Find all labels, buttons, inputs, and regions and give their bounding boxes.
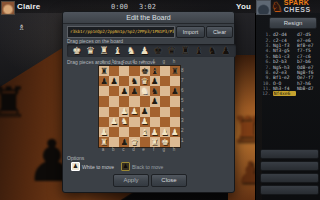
rank-label-4: 4	[181, 106, 186, 116]
square-d2[interactable]	[129, 127, 139, 137]
square-d3[interactable]	[129, 117, 139, 127]
square-g7[interactable]	[160, 76, 170, 86]
square-g6[interactable]	[160, 86, 170, 96]
square-e5[interactable]	[140, 96, 150, 106]
square-d1[interactable]: ♛	[129, 137, 139, 147]
white-move[interactable]: Bf1-e2	[273, 75, 295, 80]
file-label-b: b	[108, 148, 118, 153]
background-rook-left-icon: ♜	[0, 82, 28, 124]
move-number: 3.	[261, 43, 271, 48]
palette-white-k[interactable]: ♚	[72, 44, 81, 57]
move-number: 2.	[261, 38, 271, 43]
right-player-name: You	[236, 2, 251, 11]
palette-black-q[interactable]: ♛	[167, 44, 176, 57]
square-a4[interactable]	[99, 107, 109, 117]
square-a1[interactable]: ♜	[99, 137, 109, 147]
palette-white-n[interactable]: ♞	[127, 44, 136, 57]
piece-white-f1[interactable]: ♜	[151, 138, 159, 147]
square-f5[interactable]: ♟	[150, 96, 160, 106]
piece-black-f5[interactable]: ♟	[151, 97, 159, 106]
square-d8[interactable]	[129, 66, 139, 76]
rank-label-8: 8	[181, 65, 186, 75]
panel-button-2[interactable]	[260, 161, 319, 171]
white-move[interactable]: c2-c4	[273, 38, 295, 43]
move-row-4: 4.Nf3-g5f7-f5	[261, 48, 319, 53]
white-move[interactable]: Nf3-g5	[273, 48, 295, 53]
piece-black-d7[interactable]: ♞	[131, 77, 139, 86]
sparkchess-app: ♜ ♟ ♜ ♟ Claire ♗ 0:00 3:02 You ♞ SPARK C…	[0, 0, 320, 200]
piece-black-a8[interactable]: ♜	[100, 67, 108, 76]
black-to-move-radio[interactable]: ♟ Black to move	[121, 162, 163, 171]
piece-black-c1[interactable]: ♟	[120, 138, 128, 147]
square-h5[interactable]	[170, 96, 180, 106]
file-label-a: a	[98, 148, 108, 153]
piece-black-e4[interactable]: ♟	[141, 107, 149, 116]
black-move[interactable]: b7-b6	[297, 59, 319, 64]
piece-black-f8[interactable]: ♝	[151, 67, 159, 76]
black-move[interactable]: Qd8-e7	[297, 65, 319, 70]
move-number: 1.	[261, 32, 271, 37]
rank-label-3: 3	[181, 116, 186, 126]
move-row-8: 8.e2-e3Ng8-f6	[261, 70, 319, 75]
square-e1[interactable]	[140, 137, 150, 147]
palette-black-n[interactable]: ♞	[208, 44, 217, 57]
square-c8[interactable]	[119, 66, 129, 76]
sparkchess-logo: ♞ SPARK CHESS	[271, 0, 311, 13]
move-row-2: 2.c2-c4e7-e6	[261, 37, 319, 42]
apply-button[interactable]: Apply	[113, 174, 149, 187]
square-g4[interactable]	[160, 107, 170, 117]
logo-word-chess: CHESS	[284, 7, 311, 14]
square-f8[interactable]: ♝	[150, 66, 160, 76]
you-avatar	[256, 0, 271, 15]
square-g1[interactable]: ♚	[160, 137, 170, 147]
move-list: 1.d2-d4d7-d52.c2-c4e7-e63.Ng1-f3Bf8-e74.…	[261, 32, 319, 97]
black-move[interactable]: Nb8-d7	[297, 86, 319, 91]
square-f7[interactable]: ♟	[150, 76, 160, 86]
piece-black-a7[interactable]: ♟	[100, 77, 108, 86]
square-b4[interactable]	[109, 107, 119, 117]
white-move[interactable]: b2-b3	[273, 59, 295, 64]
file-labels-bottom: abcdefgh	[98, 148, 179, 153]
rank-label-6: 6	[181, 85, 186, 95]
white-move[interactable]: Nh3-f4	[273, 86, 295, 91]
square-a3[interactable]	[99, 117, 109, 127]
move-number: 11.	[261, 86, 271, 91]
white-move[interactable]: d2-d4	[273, 32, 295, 37]
move-row-10: 10.O-Oh7-h6	[261, 81, 319, 86]
piece-white-b3[interactable]: ♟	[110, 117, 118, 126]
file-label-f: f	[149, 148, 159, 153]
square-d6[interactable]: ♟	[129, 86, 139, 96]
square-d5[interactable]	[129, 96, 139, 106]
move-number: 7.	[261, 65, 271, 70]
black-move[interactable]: Qe7-f7	[297, 75, 319, 80]
rank-label-5: 5	[181, 95, 186, 105]
panel-button-3[interactable]	[260, 173, 319, 183]
move-row-12: 12.Nf4xe6	[261, 91, 319, 96]
file-label-d: d	[128, 148, 138, 153]
square-f2[interactable]: ♟	[150, 127, 160, 137]
file-label-h: h	[169, 148, 179, 153]
move-row-7: 7.Ng5-h3Qd8-e7	[261, 64, 319, 69]
black-move[interactable]: e7-e6	[297, 38, 319, 43]
square-h3[interactable]	[170, 117, 180, 127]
palette-black-r[interactable]: ♜	[181, 44, 190, 57]
square-b5[interactable]	[109, 96, 119, 106]
piece-white-e6[interactable]: ♞	[141, 87, 149, 96]
panel-button-1[interactable]	[260, 149, 319, 159]
piece-black-f7[interactable]: ♟	[151, 77, 159, 86]
black-move[interactable]: d7-d5	[297, 32, 319, 37]
file-label-c: c	[118, 148, 128, 153]
move-number: 6.	[261, 59, 271, 64]
square-b2[interactable]	[109, 127, 119, 137]
import-button[interactable]: Import	[176, 26, 205, 38]
square-b7[interactable]: ♟	[109, 76, 119, 86]
left-clock: 0:00	[111, 3, 128, 11]
square-a6[interactable]	[99, 86, 109, 96]
square-c5[interactable]	[119, 96, 129, 106]
fen-input[interactable]: r3kb1r/pp1nQp2/2ppNn1p/5p2/2PPp3/1PN1P3/…	[67, 26, 175, 38]
options-label: Options	[67, 155, 84, 161]
close-button[interactable]: Close	[151, 174, 187, 187]
square-c1[interactable]: ♟	[119, 137, 129, 147]
piece-black-h8[interactable]: ♜	[171, 67, 179, 76]
dialog-title: Edit the Board	[63, 12, 234, 24]
move-number: 8.	[261, 70, 271, 75]
rank-label-2: 2	[181, 126, 186, 136]
square-h1[interactable]	[170, 137, 180, 147]
black-to-move-label: Black to move	[132, 164, 163, 170]
square-g2[interactable]: ♟	[160, 127, 170, 137]
piece-palette: ♚♛♜♝♞♟♚♛♜♝♞♟	[67, 44, 236, 57]
piece-white-d1[interactable]: ♛	[131, 138, 139, 147]
square-e2[interactable]: ♝	[140, 127, 150, 137]
square-c7[interactable]	[119, 76, 129, 86]
square-e6[interactable]: ♞	[140, 86, 150, 96]
piece-black-e8[interactable]: ♚	[141, 67, 149, 76]
white-to-move-label: White to move	[82, 164, 114, 170]
piece-white-f2[interactable]: ♟	[151, 128, 159, 137]
piece-white-g2[interactable]: ♟	[161, 128, 169, 137]
square-g3[interactable]	[160, 117, 170, 127]
square-c6[interactable]: ♟	[119, 86, 129, 96]
left-player-name: Claire	[17, 2, 40, 11]
move-row-6: 6.b2-b3b7-b6	[261, 59, 319, 64]
file-label-e: e	[139, 60, 149, 65]
square-h8[interactable]: ♜	[170, 66, 180, 76]
move-row-5: 5.Nb1-c3c7-c6	[261, 54, 319, 59]
file-label-c: c	[118, 60, 128, 65]
file-label-e: e	[139, 148, 149, 153]
square-g8[interactable]	[160, 66, 170, 76]
square-b3[interactable]: ♟	[109, 117, 119, 127]
piece-white-e3[interactable]: ♟	[141, 117, 149, 126]
move-row-3: 3.Ng1-f3Bf8-e7	[261, 43, 319, 48]
piece-white-a1[interactable]: ♜	[100, 138, 108, 147]
move-number: 9.	[261, 75, 271, 80]
move-number: 10.	[261, 81, 271, 86]
file-label-g: g	[159, 148, 169, 153]
square-a2[interactable]: ♟	[99, 127, 109, 137]
square-b8[interactable]	[109, 66, 119, 76]
file-label-h: h	[169, 60, 179, 65]
square-d4[interactable]: ♟	[129, 107, 139, 117]
square-b6[interactable]	[109, 86, 119, 96]
piece-black-h6[interactable]: ♟	[171, 87, 179, 96]
edit-chess-board: ♜♚♝♜♟♟♞♛♟♟♟♞♞♟♟♟♟♟♟♞♟♟♝♟♟♟♜♟♛♜♚	[98, 65, 181, 148]
square-e3[interactable]: ♟	[140, 117, 150, 127]
white-move[interactable]: e2-e3	[273, 70, 295, 75]
captured-piece-icon: ♗	[18, 23, 25, 32]
square-f1[interactable]: ♜	[150, 137, 160, 147]
file-label-f: f	[149, 60, 159, 65]
move-number: 4.	[261, 48, 271, 53]
white-move[interactable]: Ng1-f3	[273, 43, 295, 48]
panel-button-4[interactable]	[260, 185, 319, 195]
piece-black-b7[interactable]: ♟	[110, 77, 118, 86]
square-a8[interactable]: ♜	[99, 66, 109, 76]
piece-white-c3[interactable]: ♞	[120, 117, 128, 126]
palette-white-q[interactable]: ♛	[86, 44, 95, 57]
white-move[interactable]: Nf4xe6	[273, 91, 296, 96]
rank-labels-right: 87654321	[181, 65, 186, 146]
side-panel: Resign 1.d2-d4d7-d52.c2-c4e7-e63.Ng1-f3B…	[255, 13, 320, 200]
square-e4[interactable]: ♟	[140, 107, 150, 117]
square-f6[interactable]: ♞	[150, 86, 160, 96]
piece-white-h2[interactable]: ♟	[171, 128, 179, 137]
black-move[interactable]: Ng8-f6	[297, 70, 319, 75]
file-label-a: a	[98, 60, 108, 65]
piece-white-e2[interactable]: ♝	[141, 128, 149, 137]
right-clock: 3:02	[139, 3, 156, 11]
square-g5[interactable]	[160, 96, 170, 106]
piece-white-c4[interactable]: ♟	[120, 107, 128, 116]
resign-button[interactable]: Resign	[269, 17, 317, 29]
black-move[interactable]: c7-c6	[297, 54, 319, 59]
square-h2[interactable]: ♟	[170, 127, 180, 137]
square-f4[interactable]	[150, 107, 160, 117]
white-move[interactable]: Nb1-c3	[273, 54, 295, 59]
square-h7[interactable]	[170, 76, 180, 86]
square-h6[interactable]: ♟	[170, 86, 180, 96]
square-a5[interactable]	[99, 96, 109, 106]
piece-black-c6[interactable]: ♟	[120, 87, 128, 96]
file-label-b: b	[108, 60, 118, 65]
square-a7[interactable]: ♟	[99, 76, 109, 86]
black-move[interactable]: f7-f5	[297, 48, 319, 53]
move-row-11: 11.Nh3-f4Nb8-d7	[261, 86, 319, 91]
rank-label-1: 1	[181, 136, 186, 146]
square-e7[interactable]: ♛	[140, 76, 150, 86]
square-c4[interactable]: ♟	[119, 107, 129, 117]
move-row-9: 9.Bf1-e2Qe7-f7	[261, 75, 319, 80]
square-c2[interactable]	[119, 127, 129, 137]
black-move[interactable]: h7-h6	[297, 81, 319, 86]
white-to-move-radio[interactable]: ♟ White to move	[71, 162, 114, 171]
piece-black-f6[interactable]: ♞	[151, 87, 159, 96]
clear-button[interactable]: Clear	[206, 26, 233, 38]
black-pawn-tile-icon: ♟	[121, 162, 130, 171]
move-row-1: 1.d2-d4d7-d5	[261, 32, 319, 37]
palette-white-r[interactable]: ♜	[99, 44, 108, 57]
palette-black-k[interactable]: ♚	[154, 44, 163, 57]
move-number: 12.	[261, 91, 271, 96]
palette-white-b[interactable]: ♝	[113, 44, 122, 57]
palette-white-p[interactable]: ♟	[140, 44, 149, 57]
piece-white-a2[interactable]: ♟	[100, 128, 108, 137]
move-number: 5.	[261, 54, 271, 59]
square-e8[interactable]: ♚	[140, 66, 150, 76]
piece-white-g1[interactable]: ♚	[161, 138, 169, 147]
white-move[interactable]: Ng5-h3	[273, 65, 295, 70]
black-move[interactable]: Bf8-e7	[297, 43, 319, 48]
piece-white-d4[interactable]: ♟	[131, 107, 139, 116]
file-label-g: g	[159, 60, 169, 65]
white-pawn-tile-icon: ♟	[71, 162, 80, 171]
palette-black-p[interactable]: ♟	[222, 44, 231, 57]
logo-knight-icon: ♞	[271, 0, 283, 13]
square-h4[interactable]	[170, 107, 180, 117]
claire-avatar	[1, 1, 15, 15]
square-d7[interactable]: ♞	[129, 76, 139, 86]
piece-black-d6[interactable]: ♟	[131, 87, 139, 96]
file-label-d: d	[128, 60, 138, 65]
palette-black-b[interactable]: ♝	[195, 44, 204, 57]
rank-label-7: 7	[181, 75, 186, 85]
file-labels-top: abcdefgh	[98, 60, 179, 65]
edit-board-dialog: Edit the Board r3kb1r/pp1nQp2/2ppNn1p/5p…	[62, 11, 235, 193]
square-f3[interactable]	[150, 117, 160, 127]
square-b1[interactable]	[109, 137, 119, 147]
white-move[interactable]: O-O	[273, 81, 295, 86]
square-c3[interactable]: ♞	[119, 117, 129, 127]
piece-white-e7[interactable]: ♛	[141, 77, 149, 86]
